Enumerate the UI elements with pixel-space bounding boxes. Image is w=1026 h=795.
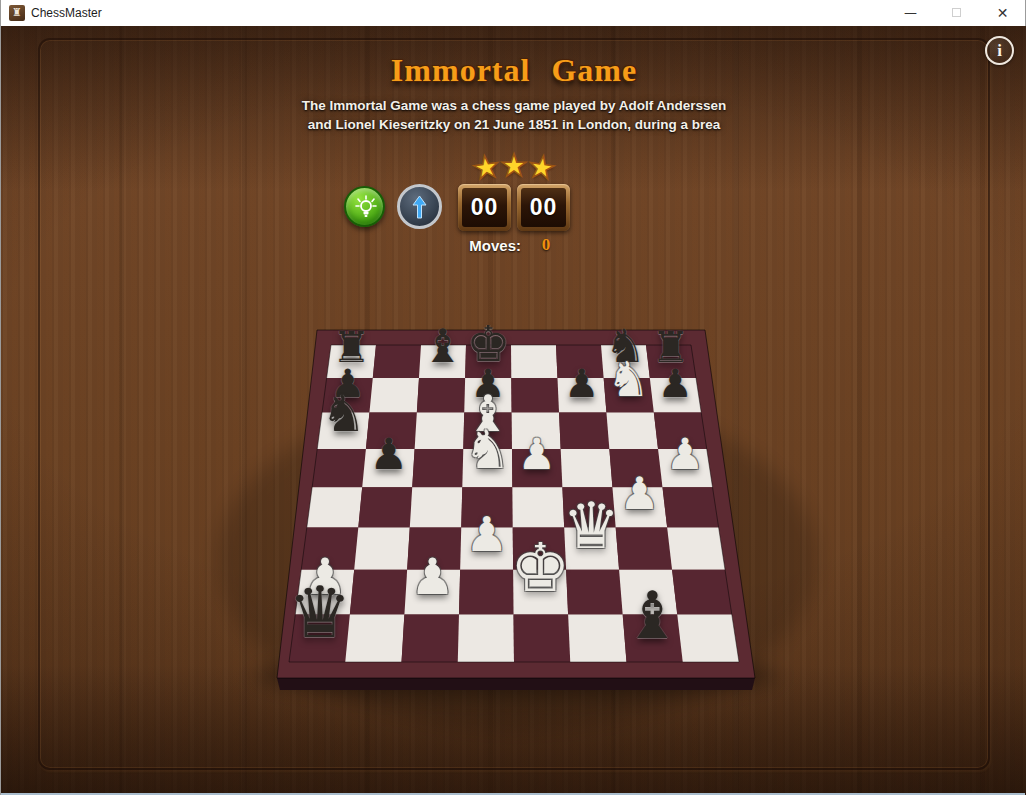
square-b2[interactable]: [350, 570, 407, 615]
square-e7[interactable]: [511, 378, 559, 413]
app-window: ♜ ChessMaster — ✕ i Immortal Game The Im…: [0, 0, 1026, 795]
square-h4[interactable]: [662, 487, 718, 527]
piece-black-pawn-b5[interactable]: ♟: [369, 433, 408, 476]
piece-white-pawn-h5[interactable]: ♟: [666, 433, 705, 476]
square-f6[interactable]: [559, 413, 609, 449]
window-title: ChessMaster: [31, 0, 102, 26]
piece-white-queen-f3[interactable]: ♛: [563, 494, 620, 558]
star-icon: ★: [500, 147, 528, 183]
piece-white-pawn-d3[interactable]: ♟: [465, 510, 508, 558]
piece-white-pawn-g4[interactable]: ♟: [619, 471, 659, 516]
square-e8[interactable]: [511, 345, 557, 378]
piece-white-knight-g7[interactable]: ♞: [607, 355, 650, 403]
app-icon: ♜: [9, 5, 25, 21]
square-c5[interactable]: [412, 449, 463, 487]
square-g6[interactable]: [606, 413, 658, 449]
up-arrow-icon: [411, 195, 428, 219]
square-b7[interactable]: [369, 378, 419, 413]
light-bulb-icon: [354, 195, 378, 221]
direction-button[interactable]: [397, 184, 442, 229]
square-c1[interactable]: [402, 615, 459, 662]
square-e1[interactable]: [514, 615, 571, 662]
square-a5[interactable]: [312, 449, 366, 487]
piece-black-queen-a1[interactable]: ♛: [288, 577, 352, 648]
moves-value: 0: [533, 235, 559, 255]
star-icon: ★: [470, 147, 503, 187]
square-e4[interactable]: [512, 487, 564, 527]
timer-minutes: 00: [458, 184, 511, 231]
piece-black-knight-a6[interactable]: ♞: [321, 389, 366, 439]
moves-label: Moves:: [421, 237, 521, 254]
square-g3[interactable]: [616, 527, 672, 569]
piece-white-pawn-e5[interactable]: ♟: [518, 433, 557, 476]
timer-minutes-value: 00: [462, 188, 507, 227]
hint-button[interactable]: [344, 186, 385, 227]
maximize-button[interactable]: [934, 0, 979, 26]
square-f1[interactable]: [568, 615, 626, 662]
square-d2[interactable]: [459, 570, 514, 615]
square-c6[interactable]: [415, 413, 465, 449]
info-button[interactable]: i: [985, 36, 1014, 65]
title-bar: ♜ ChessMaster — ✕: [1, 0, 1025, 26]
square-a4[interactable]: [307, 487, 362, 527]
piece-black-bishop-g1[interactable]: ♝: [623, 583, 681, 648]
piece-black-bishop-c8[interactable]: ♝: [422, 323, 463, 369]
square-b4[interactable]: [358, 487, 412, 527]
square-b8[interactable]: [373, 345, 421, 378]
piece-white-pawn-c2[interactable]: ♟: [410, 552, 455, 602]
piece-white-knight-d5[interactable]: ♞: [464, 423, 512, 476]
game-description: The Immortal Game was a chess game playe…: [1, 97, 1026, 134]
square-d1[interactable]: [458, 615, 514, 662]
square-b3[interactable]: [354, 527, 410, 569]
piece-white-king-e2[interactable]: ♚: [510, 535, 570, 602]
page-title: Immortal Game: [1, 52, 1026, 89]
square-f2[interactable]: [566, 570, 623, 615]
close-button[interactable]: ✕: [980, 0, 1025, 26]
piece-black-pawn-f7[interactable]: ♟: [564, 364, 599, 403]
description-line-2: and Lionel Kieseritzky on 21 June 1851 i…: [1, 116, 1026, 135]
square-h3[interactable]: [667, 527, 725, 569]
star-icon: ★: [526, 147, 559, 187]
square-f5[interactable]: [561, 449, 613, 487]
square-h1[interactable]: [677, 615, 739, 662]
minimize-button[interactable]: —: [888, 0, 933, 26]
timer-seconds-value: 00: [521, 188, 566, 227]
description-line-1: The Immortal Game was a chess game playe…: [1, 97, 1026, 116]
piece-black-pawn-h7[interactable]: ♟: [658, 364, 693, 403]
maximize-icon: [952, 8, 961, 17]
square-b1[interactable]: [345, 615, 404, 662]
square-c7[interactable]: [417, 378, 465, 413]
square-c4[interactable]: [410, 487, 463, 527]
timer-seconds: 00: [517, 184, 570, 231]
